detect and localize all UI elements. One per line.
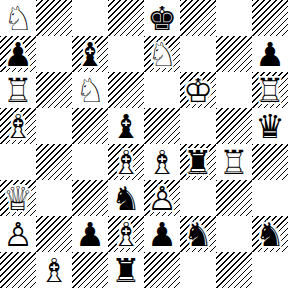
piece-white-bishop[interactable]: ♝♗ xyxy=(108,216,144,252)
piece-glyph: ♘ xyxy=(0,0,36,36)
square-f6[interactable]: ♚♔ xyxy=(180,72,216,108)
piece-white-rook[interactable]: ♜♖ xyxy=(216,144,252,180)
piece-white-pawn[interactable]: ♟♙ xyxy=(144,180,180,216)
square-g4[interactable]: ♜♖ xyxy=(216,144,252,180)
square-h2[interactable]: ♞♞ xyxy=(252,216,288,252)
piece-glyph: ♛ xyxy=(252,108,288,144)
square-a4[interactable] xyxy=(0,144,36,180)
square-e3[interactable]: ♟♙ xyxy=(144,180,180,216)
piece-glyph: ♗ xyxy=(0,108,36,144)
square-d7[interactable] xyxy=(108,36,144,72)
piece-glyph: ♟ xyxy=(144,216,180,252)
square-f4[interactable]: ♜♜ xyxy=(180,144,216,180)
square-c8[interactable] xyxy=(72,0,108,36)
piece-glyph: ♞ xyxy=(180,216,216,252)
square-d4[interactable]: ♝♗ xyxy=(108,144,144,180)
square-h7[interactable]: ♟♟ xyxy=(252,36,288,72)
piece-glyph: ♕ xyxy=(0,180,36,216)
piece-glyph: ♖ xyxy=(252,72,288,108)
piece-glyph: ♜ xyxy=(180,144,216,180)
square-a3[interactable]: ♛♕ xyxy=(0,180,36,216)
square-a2[interactable]: ♟♙ xyxy=(0,216,36,252)
square-d2[interactable]: ♝♗ xyxy=(108,216,144,252)
square-b7[interactable] xyxy=(36,36,72,72)
piece-black-pawn[interactable]: ♟♟ xyxy=(144,216,180,252)
square-f7[interactable] xyxy=(180,36,216,72)
square-a6[interactable]: ♜♖ xyxy=(0,72,36,108)
piece-glyph: ♗ xyxy=(144,144,180,180)
piece-white-queen[interactable]: ♛♕ xyxy=(0,180,36,216)
square-h5[interactable]: ♛♛ xyxy=(252,108,288,144)
square-e6[interactable] xyxy=(144,72,180,108)
square-e4[interactable]: ♝♗ xyxy=(144,144,180,180)
square-c1[interactable] xyxy=(72,252,108,288)
piece-white-knight[interactable]: ♞♘ xyxy=(72,72,108,108)
piece-black-pawn[interactable]: ♟♟ xyxy=(0,36,36,72)
piece-black-bishop[interactable]: ♝♝ xyxy=(108,108,144,144)
square-f3[interactable] xyxy=(180,180,216,216)
square-g5[interactable] xyxy=(216,108,252,144)
piece-white-king[interactable]: ♚♔ xyxy=(180,72,216,108)
piece-glyph: ♞ xyxy=(108,180,144,216)
square-h1[interactable] xyxy=(252,252,288,288)
square-f5[interactable] xyxy=(180,108,216,144)
square-h3[interactable] xyxy=(252,180,288,216)
square-c3[interactable] xyxy=(72,180,108,216)
piece-black-king[interactable]: ♚♚ xyxy=(144,0,180,36)
square-d8[interactable] xyxy=(108,0,144,36)
piece-glyph: ♟ xyxy=(0,36,36,72)
square-a7[interactable]: ♟♟ xyxy=(0,36,36,72)
piece-black-pawn[interactable]: ♟♟ xyxy=(252,36,288,72)
piece-glyph: ♚ xyxy=(144,0,180,36)
square-f1[interactable] xyxy=(180,252,216,288)
piece-white-rook[interactable]: ♜♖ xyxy=(252,72,288,108)
piece-black-knight[interactable]: ♞♞ xyxy=(108,180,144,216)
square-a1[interactable] xyxy=(0,252,36,288)
piece-glyph: ♝ xyxy=(108,108,144,144)
piece-white-pawn[interactable]: ♟♙ xyxy=(0,216,36,252)
piece-white-knight[interactable]: ♞♘ xyxy=(0,0,36,36)
square-d6[interactable] xyxy=(108,72,144,108)
piece-glyph: ♗ xyxy=(108,144,144,180)
chess-board: ♞♘♚♚♟♟♝♝♞♘♟♟♜♖♞♘♚♔♜♖♝♗♝♝♛♛♝♗♝♗♜♜♜♖♛♕♞♞♟♙… xyxy=(0,0,288,288)
piece-black-queen[interactable]: ♛♛ xyxy=(252,108,288,144)
piece-glyph: ♟ xyxy=(252,36,288,72)
square-h6[interactable]: ♜♖ xyxy=(252,72,288,108)
piece-black-bishop[interactable]: ♝♝ xyxy=(72,36,108,72)
square-g7[interactable] xyxy=(216,36,252,72)
piece-glyph: ♖ xyxy=(216,144,252,180)
square-g8[interactable] xyxy=(216,0,252,36)
piece-white-bishop[interactable]: ♝♗ xyxy=(36,252,72,288)
square-h4[interactable] xyxy=(252,144,288,180)
piece-glyph: ♝ xyxy=(72,36,108,72)
square-g6[interactable] xyxy=(216,72,252,108)
piece-black-rook[interactable]: ♜♜ xyxy=(180,144,216,180)
piece-black-knight[interactable]: ♞♞ xyxy=(180,216,216,252)
piece-white-bishop[interactable]: ♝♗ xyxy=(108,144,144,180)
square-f2[interactable]: ♞♞ xyxy=(180,216,216,252)
square-f8[interactable] xyxy=(180,0,216,36)
piece-glyph: ♗ xyxy=(108,216,144,252)
square-g2[interactable] xyxy=(216,216,252,252)
piece-white-bishop[interactable]: ♝♗ xyxy=(144,144,180,180)
piece-black-pawn[interactable]: ♟♟ xyxy=(72,216,108,252)
square-a8[interactable]: ♞♘ xyxy=(0,0,36,36)
square-g1[interactable] xyxy=(216,252,252,288)
square-c4[interactable] xyxy=(72,144,108,180)
square-e8[interactable]: ♚♚ xyxy=(144,0,180,36)
square-g3[interactable] xyxy=(216,180,252,216)
square-b4[interactable] xyxy=(36,144,72,180)
piece-glyph: ♗ xyxy=(36,252,72,288)
square-c7[interactable]: ♝♝ xyxy=(72,36,108,72)
piece-glyph: ♞ xyxy=(252,216,288,252)
square-c2[interactable]: ♟♟ xyxy=(72,216,108,252)
square-d3[interactable]: ♞♞ xyxy=(108,180,144,216)
square-d5[interactable]: ♝♝ xyxy=(108,108,144,144)
piece-glyph: ♜ xyxy=(108,252,144,288)
piece-white-bishop[interactable]: ♝♗ xyxy=(0,108,36,144)
square-b6[interactable] xyxy=(36,72,72,108)
square-b2[interactable] xyxy=(36,216,72,252)
square-e5[interactable] xyxy=(144,108,180,144)
piece-white-rook[interactable]: ♜♖ xyxy=(0,72,36,108)
piece-glyph: ♘ xyxy=(144,36,180,72)
piece-glyph: ♙ xyxy=(144,180,180,216)
piece-black-rook[interactable]: ♜♜ xyxy=(108,252,144,288)
square-d1[interactable]: ♜♜ xyxy=(108,252,144,288)
piece-glyph: ♘ xyxy=(72,72,108,108)
square-b8[interactable] xyxy=(36,0,72,36)
piece-black-knight[interactable]: ♞♞ xyxy=(252,216,288,252)
square-h8[interactable] xyxy=(252,0,288,36)
piece-glyph: ♟ xyxy=(72,216,108,252)
square-c5[interactable] xyxy=(72,108,108,144)
square-e1[interactable] xyxy=(144,252,180,288)
square-b5[interactable] xyxy=(36,108,72,144)
piece-glyph: ♔ xyxy=(180,72,216,108)
square-b3[interactable] xyxy=(36,180,72,216)
square-c6[interactable]: ♞♘ xyxy=(72,72,108,108)
square-e7[interactable]: ♞♘ xyxy=(144,36,180,72)
square-a5[interactable]: ♝♗ xyxy=(0,108,36,144)
square-e2[interactable]: ♟♟ xyxy=(144,216,180,252)
piece-glyph: ♖ xyxy=(0,72,36,108)
piece-white-knight[interactable]: ♞♘ xyxy=(144,36,180,72)
piece-glyph: ♙ xyxy=(0,216,36,252)
square-b1[interactable]: ♝♗ xyxy=(36,252,72,288)
